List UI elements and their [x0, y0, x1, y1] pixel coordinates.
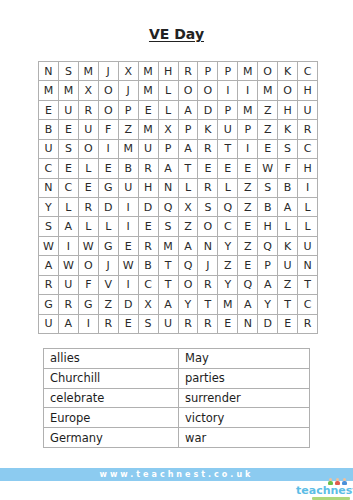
grid-cell: S	[139, 315, 158, 333]
grid-cell: E	[59, 120, 78, 138]
grid-cell: A	[159, 159, 178, 177]
grid-cell: H	[278, 101, 297, 119]
grid-cell: M	[258, 81, 277, 99]
grid-cell: I	[238, 81, 257, 99]
grid-cell: A	[59, 217, 78, 235]
grid-cell: U	[39, 140, 58, 158]
grid-cell: I	[99, 140, 118, 158]
grid-cell: H	[159, 62, 178, 80]
grid-cell: B	[258, 198, 277, 216]
grid-cell: U	[298, 101, 317, 119]
grid-cell: T	[218, 140, 237, 158]
grid-cell: Y	[218, 237, 237, 255]
grid-cell: R	[59, 295, 78, 313]
grid-cell: E	[238, 217, 257, 235]
grid-cell: N	[198, 237, 217, 255]
grid-cell: L	[298, 198, 317, 216]
grid-cell: O	[179, 81, 198, 99]
grid-cell: V	[99, 276, 118, 294]
grid-cell: E	[119, 315, 138, 333]
grid-cell: R	[79, 101, 98, 119]
grid-cell: U	[218, 120, 237, 138]
child-figure-red-icon	[335, 478, 340, 485]
grid-cell: J	[99, 256, 118, 274]
grid-cell: O	[79, 140, 98, 158]
grid-cell: X	[179, 198, 198, 216]
word-item: surrender	[179, 389, 309, 408]
grid-cell: R	[79, 198, 98, 216]
grid-cell: X	[79, 81, 98, 99]
grid-cell: C	[298, 295, 317, 313]
grid-cell: X	[119, 62, 138, 80]
grid-cell: Z	[238, 179, 257, 197]
grid-cell: H	[258, 217, 277, 235]
grid-cell: I	[298, 179, 317, 197]
grid-cell: O	[198, 81, 217, 99]
grid-cell: Q	[179, 256, 198, 274]
grid-cell: E	[198, 159, 217, 177]
grid-cell: S	[159, 217, 178, 235]
grid-cell: T	[159, 276, 178, 294]
footer-url: www.teachnest.co.uk	[100, 468, 254, 481]
grid-cell: U	[59, 276, 78, 294]
grid-cell: M	[119, 140, 138, 158]
grid-cell: J	[99, 62, 118, 80]
grid-cell: M	[59, 81, 78, 99]
grid-cell: W	[119, 256, 138, 274]
grid-cell: A	[258, 276, 277, 294]
grid-cell: R	[198, 315, 217, 333]
grid-cell: Y	[39, 198, 58, 216]
grid-cell: N	[39, 62, 58, 80]
child-figure-green-icon	[328, 478, 333, 485]
grid-cell: E	[238, 256, 257, 274]
grid-cell: C	[218, 217, 237, 235]
grid-cell: A	[238, 295, 257, 313]
grid-cell: P	[218, 101, 237, 119]
grid-cell: F	[278, 159, 297, 177]
grid-cell: C	[298, 62, 317, 80]
grid-cell: M	[238, 101, 257, 119]
grid-cell: O	[198, 217, 217, 235]
grid-cell: B	[119, 159, 138, 177]
grid-cell: W	[79, 237, 98, 255]
grid-cell: C	[139, 276, 158, 294]
grid-cell: G	[79, 295, 98, 313]
grid-cell: L	[278, 217, 297, 235]
grid-cell: X	[159, 120, 178, 138]
grid-cell: T	[278, 295, 297, 313]
grid-cell: I	[59, 237, 78, 255]
grid-cell: M	[139, 62, 158, 80]
teachnest-logo: teachnest	[296, 477, 352, 500]
grid-cell: L	[99, 217, 118, 235]
grid-cell: Y	[218, 276, 237, 294]
grid-cell: Z	[119, 120, 138, 138]
grid-cell: K	[278, 62, 297, 80]
grid-cell: E	[218, 159, 237, 177]
logo-text: teachnest	[296, 485, 352, 496]
grid-cell: M	[39, 81, 58, 99]
grid-cell: N	[159, 179, 178, 197]
grid-cell: P	[258, 256, 277, 274]
grid-cell: G	[39, 295, 58, 313]
grid-cell: R	[298, 120, 317, 138]
wordsearch-grid: NSMJXMHRPPMOKCMMXOJMLOOIIMOHEUROPELADPMZ…	[38, 61, 318, 334]
grid-cell: W	[258, 159, 277, 177]
grid-cell: C	[39, 159, 58, 177]
grid-cell: H	[139, 179, 158, 197]
word-item: war	[179, 428, 309, 447]
grid-cell: O	[278, 81, 297, 99]
grid-cell: O	[179, 276, 198, 294]
grid-cell: E	[139, 101, 158, 119]
grid-cell: K	[278, 237, 297, 255]
grid-cell: W	[39, 237, 58, 255]
grid-cell: A	[179, 101, 198, 119]
grid-cell: L	[179, 179, 198, 197]
grid-cell: A	[179, 237, 198, 255]
grid-cell: Q	[218, 198, 237, 216]
grid-cell: R	[179, 62, 198, 80]
grid-cell: R	[198, 140, 217, 158]
word-item: Germany	[44, 428, 178, 447]
grid-cell: R	[99, 315, 118, 333]
grid-cell: R	[198, 276, 217, 294]
grid-cell: Z	[218, 256, 237, 274]
word-item: victory	[179, 408, 309, 427]
grid-cell: S	[59, 140, 78, 158]
grid-cell: D	[119, 295, 138, 313]
grid-cell: U	[139, 140, 158, 158]
grid-cell: Z	[238, 198, 257, 216]
grid-cell: Q	[258, 237, 277, 255]
grid-cell: S	[258, 179, 277, 197]
grid-cell: U	[79, 120, 98, 138]
grid-cell: O	[99, 101, 118, 119]
grid-cell: L	[159, 101, 178, 119]
grid-cell: Z	[99, 295, 118, 313]
grid-cell: O	[99, 81, 118, 99]
grid-cell: X	[139, 295, 158, 313]
worksheet-page: VE Day NSMJXMHRPPMOKCMMXOJMLOOIIMOHEUROP…	[0, 0, 353, 500]
grid-cell: R	[298, 315, 317, 333]
grid-cell: U	[59, 101, 78, 119]
grid-cell: L	[79, 217, 98, 235]
grid-cell: B	[139, 256, 158, 274]
word-item: Churchill	[44, 369, 178, 388]
grid-cell: P	[218, 62, 237, 80]
grid-cell: L	[218, 179, 237, 197]
grid-cell: E	[278, 315, 297, 333]
grid-cell: K	[198, 120, 217, 138]
grid-cell: N	[298, 256, 317, 274]
grid-cell: M	[238, 62, 257, 80]
word-item: Europe	[44, 408, 178, 427]
grid-cell: L	[59, 198, 78, 216]
grid-cell: C	[298, 140, 317, 158]
grid-cell: A	[59, 315, 78, 333]
grid-cell: M	[218, 295, 237, 313]
grid-cell: I	[119, 198, 138, 216]
grid-cell: Q	[159, 198, 178, 216]
grid-cell: H	[298, 159, 317, 177]
grid-cell: Q	[238, 276, 257, 294]
grid-cell: R	[39, 276, 58, 294]
grid-cell: L	[79, 159, 98, 177]
grid-cell: Z	[258, 120, 277, 138]
grid-cell: E	[139, 217, 158, 235]
grid-cell: P	[238, 120, 257, 138]
grid-cell: T	[179, 159, 198, 177]
grid-cell: Z	[278, 276, 297, 294]
grid-cell: C	[59, 179, 78, 197]
grid-cell: E	[218, 315, 237, 333]
child-figure-blue-icon	[342, 478, 347, 485]
grid-cell: P	[198, 62, 217, 80]
grid-cell: A	[278, 198, 297, 216]
grid-cell: B	[278, 179, 297, 197]
grid-cell: U	[278, 256, 297, 274]
grid-cell: O	[258, 62, 277, 80]
grid-cell: P	[119, 101, 138, 119]
grid-cell: J	[119, 81, 138, 99]
grid-cell: T	[198, 295, 217, 313]
grid-cell: Z	[238, 237, 257, 255]
grid-cell: A	[39, 256, 58, 274]
grid-cell: J	[198, 256, 217, 274]
grid-cell: N	[238, 315, 257, 333]
grid-cell: I	[119, 276, 138, 294]
grid-cell: U	[39, 315, 58, 333]
grid-cell: U	[119, 179, 138, 197]
grid-cell: G	[99, 237, 118, 255]
grid-cell: K	[278, 120, 297, 138]
grid-cell: E	[59, 159, 78, 177]
grid-cell: S	[198, 198, 217, 216]
word-item: celebrate	[44, 389, 178, 408]
grid-cell: D	[139, 198, 158, 216]
grid-cell: O	[79, 256, 98, 274]
grid-cell: L	[298, 217, 317, 235]
grid-cell: D	[258, 315, 277, 333]
grid-cell: T	[159, 256, 178, 274]
word-item: May	[179, 349, 309, 368]
grid-cell: E	[238, 159, 257, 177]
grid-cell: R	[179, 315, 198, 333]
word-item: allies	[44, 349, 178, 368]
grid-cell: L	[159, 81, 178, 99]
grid-cell: S	[39, 217, 58, 235]
grid-cell: E	[99, 159, 118, 177]
grid-cell: W	[59, 256, 78, 274]
grid-cell: S	[278, 140, 297, 158]
grid-cell: N	[39, 179, 58, 197]
grid-cell: A	[159, 295, 178, 313]
grid-cell: I	[218, 81, 237, 99]
grid-cell: I	[79, 315, 98, 333]
grid-cell: F	[99, 120, 118, 138]
grid-cell: E	[258, 140, 277, 158]
grid-cell: M	[159, 237, 178, 255]
grid-cell: T	[298, 276, 317, 294]
grid-cell: E	[79, 179, 98, 197]
word-list: alliesMayChurchillpartiescelebratesurren…	[43, 348, 310, 448]
grid-cell: G	[99, 179, 118, 197]
grid-cell: D	[99, 198, 118, 216]
grid-cell: I	[119, 217, 138, 235]
grid-cell: I	[238, 140, 257, 158]
puzzle-title: VE Day	[0, 26, 353, 42]
grid-cell: F	[79, 276, 98, 294]
grid-cell: M	[139, 120, 158, 138]
grid-cell: S	[59, 62, 78, 80]
grid-cell: M	[139, 81, 158, 99]
grid-cell: Z	[179, 217, 198, 235]
grid-cell: P	[159, 140, 178, 158]
grid-cell: Y	[258, 295, 277, 313]
grid-cell: P	[179, 120, 198, 138]
grid-cell: R	[198, 179, 217, 197]
grid-cell: Z	[258, 101, 277, 119]
grid-cell: U	[159, 315, 178, 333]
grid-cell: R	[139, 237, 158, 255]
grid-cell: H	[298, 81, 317, 99]
grid-cell: E	[39, 101, 58, 119]
grid-cell: B	[39, 120, 58, 138]
grid-cell: R	[139, 159, 158, 177]
grid-cell: D	[198, 101, 217, 119]
grid-cell: Y	[179, 295, 198, 313]
grid-cell: E	[119, 237, 138, 255]
grid-cell: M	[79, 62, 98, 80]
word-item: parties	[179, 369, 309, 388]
grid-cell: A	[179, 140, 198, 158]
grid-cell: U	[298, 237, 317, 255]
